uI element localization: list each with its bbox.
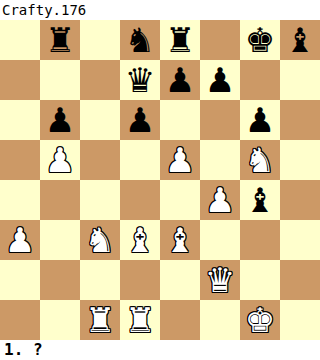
square-g5[interactable]: ♞ [240,140,280,180]
black-bishop-icon: ♝ [245,180,275,220]
square-e8[interactable]: ♜ [160,20,200,60]
square-e2[interactable] [160,260,200,300]
square-d6[interactable]: ♟ [120,100,160,140]
square-h2[interactable] [280,260,320,300]
black-knight-icon: ♞ [125,20,155,60]
square-g7[interactable] [240,60,280,100]
square-a2[interactable] [0,260,40,300]
square-d8[interactable]: ♞ [120,20,160,60]
white-pawn-icon: ♟ [205,180,235,220]
white-rook-icon: ♜ [125,300,155,340]
square-a3[interactable]: ♟ [0,220,40,260]
square-d5[interactable] [120,140,160,180]
black-pawn-icon: ♟ [245,100,275,140]
square-b1[interactable] [40,300,80,340]
white-bishop-icon: ♝ [165,220,195,260]
square-f4[interactable]: ♟ [200,180,240,220]
square-d4[interactable] [120,180,160,220]
move-prompt: 1. ? [4,340,43,360]
square-h4[interactable] [280,180,320,220]
white-rook-icon: ♜ [85,300,115,340]
black-rook-icon: ♜ [45,20,75,60]
square-c1[interactable]: ♜ [80,300,120,340]
square-f3[interactable] [200,220,240,260]
square-f8[interactable] [200,20,240,60]
black-queen-icon: ♛ [125,60,155,100]
square-g3[interactable] [240,220,280,260]
square-c8[interactable] [80,20,120,60]
square-e6[interactable] [160,100,200,140]
square-a1[interactable] [0,300,40,340]
square-g2[interactable] [240,260,280,300]
white-queen-icon: ♛ [205,260,235,300]
square-c4[interactable] [80,180,120,220]
square-b6[interactable]: ♟ [40,100,80,140]
white-knight-icon: ♞ [85,220,115,260]
white-pawn-icon: ♟ [165,140,195,180]
square-f5[interactable] [200,140,240,180]
square-b2[interactable] [40,260,80,300]
black-pawn-icon: ♟ [205,60,235,100]
square-a5[interactable] [0,140,40,180]
window-title: Crafty.176 [2,0,86,20]
square-f1[interactable] [200,300,240,340]
square-c5[interactable] [80,140,120,180]
white-pawn-icon: ♟ [45,140,75,180]
white-king-icon: ♚ [245,300,275,340]
square-a8[interactable] [0,20,40,60]
white-bishop-icon: ♝ [125,220,155,260]
square-f6[interactable] [200,100,240,140]
status-bar: 1. ? [0,340,320,360]
square-c3[interactable]: ♞ [80,220,120,260]
square-h3[interactable] [280,220,320,260]
title-bar: Crafty.176 [0,0,320,20]
square-e3[interactable]: ♝ [160,220,200,260]
square-g8[interactable]: ♚ [240,20,280,60]
square-f7[interactable]: ♟ [200,60,240,100]
square-g4[interactable]: ♝ [240,180,280,220]
square-b5[interactable]: ♟ [40,140,80,180]
square-a7[interactable] [0,60,40,100]
chess-board: ♜♞♜♚♝♛♟♟♟♟♟♟♟♞♟♝♟♞♝♝♛♜♜♚ [0,20,320,340]
square-a6[interactable] [0,100,40,140]
square-f2[interactable]: ♛ [200,260,240,300]
square-b8[interactable]: ♜ [40,20,80,60]
square-e7[interactable]: ♟ [160,60,200,100]
square-h1[interactable] [280,300,320,340]
square-e4[interactable] [160,180,200,220]
square-c6[interactable] [80,100,120,140]
black-king-icon: ♚ [245,20,275,60]
square-e5[interactable]: ♟ [160,140,200,180]
square-b3[interactable] [40,220,80,260]
square-b4[interactable] [40,180,80,220]
square-h6[interactable] [280,100,320,140]
square-a4[interactable] [0,180,40,220]
square-h7[interactable] [280,60,320,100]
square-c2[interactable] [80,260,120,300]
black-pawn-icon: ♟ [125,100,155,140]
square-c7[interactable] [80,60,120,100]
square-e1[interactable] [160,300,200,340]
square-h8[interactable]: ♝ [280,20,320,60]
square-g1[interactable]: ♚ [240,300,280,340]
square-d7[interactable]: ♛ [120,60,160,100]
square-g6[interactable]: ♟ [240,100,280,140]
black-pawn-icon: ♟ [165,60,195,100]
black-pawn-icon: ♟ [45,100,75,140]
black-bishop-icon: ♝ [285,20,315,60]
white-knight-icon: ♞ [245,140,275,180]
black-rook-icon: ♜ [165,20,195,60]
white-pawn-icon: ♟ [5,220,35,260]
square-b7[interactable] [40,60,80,100]
square-d1[interactable]: ♜ [120,300,160,340]
square-d2[interactable] [120,260,160,300]
square-d3[interactable]: ♝ [120,220,160,260]
square-h5[interactable] [280,140,320,180]
